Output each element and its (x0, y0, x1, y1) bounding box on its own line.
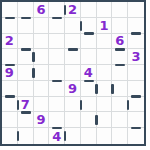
cell-r7c8[interactable] (112, 97, 128, 113)
cell-r1c8[interactable] (112, 2, 128, 18)
cell-r5c8[interactable] (112, 65, 128, 81)
cell-r4c7[interactable] (97, 49, 113, 65)
cell-r7c3[interactable] (34, 97, 50, 113)
cell-r2c2[interactable] (18, 18, 34, 34)
cell-r6c5[interactable]: 9 (65, 81, 81, 97)
cell-r7c2[interactable]: 7 (18, 97, 34, 113)
cell-r2c7[interactable]: 1 (97, 18, 113, 34)
cell-r4c1[interactable] (2, 49, 18, 65)
cell-r6c3[interactable] (34, 81, 50, 97)
cell-r4c9[interactable]: 3 (128, 49, 144, 65)
cell-r1c2[interactable] (18, 2, 34, 18)
cell-r1c3[interactable]: 6 (34, 2, 50, 18)
given-digit: 9 (36, 113, 45, 126)
given-digit: 7 (21, 97, 30, 110)
cell-r7c7[interactable] (97, 97, 113, 113)
cell-r1c5[interactable]: 2 (65, 2, 81, 18)
cell-r7c6[interactable] (81, 97, 97, 113)
cell-r5c4[interactable] (49, 65, 65, 81)
cell-r5c2[interactable] (18, 65, 34, 81)
cell-r5c1[interactable]: 9 (2, 65, 18, 81)
cell-r4c4[interactable] (49, 49, 65, 65)
cell-r9c2[interactable] (18, 128, 34, 144)
cell-r3c5[interactable] (65, 34, 81, 50)
given-digit: 9 (5, 65, 14, 78)
cell-r6c8[interactable] (112, 81, 128, 97)
given-digit: 1 (100, 18, 109, 31)
cell-r3c8[interactable]: 6 (112, 34, 128, 50)
given-digit: 9 (68, 81, 77, 94)
puzzle-stage: 621263949794 (0, 0, 150, 150)
cell-r6c7[interactable] (97, 81, 113, 97)
cell-r9c5[interactable] (65, 128, 81, 144)
cell-r3c9[interactable] (128, 34, 144, 50)
cell-r3c3[interactable] (34, 34, 50, 50)
cell-r4c2[interactable] (18, 49, 34, 65)
cell-r2c3[interactable] (34, 18, 50, 34)
given-digit: 2 (68, 2, 77, 15)
cell-r2c9[interactable] (128, 18, 144, 34)
cell-r8c7[interactable] (97, 112, 113, 128)
cell-r9c7[interactable] (97, 128, 113, 144)
cell-r6c2[interactable] (18, 81, 34, 97)
cell-r3c1[interactable]: 2 (2, 34, 18, 50)
cell-r8c5[interactable] (65, 112, 81, 128)
cell-r2c8[interactable] (112, 18, 128, 34)
cell-r6c1[interactable] (2, 81, 18, 97)
cell-r2c6[interactable] (81, 18, 97, 34)
cell-r5c6[interactable]: 4 (81, 65, 97, 81)
cell-r3c4[interactable] (49, 34, 65, 50)
cell-r6c9[interactable] (128, 81, 144, 97)
cell-r8c6[interactable] (81, 112, 97, 128)
cell-r6c6[interactable] (81, 81, 97, 97)
cell-r5c7[interactable] (97, 65, 113, 81)
given-digit: 4 (84, 65, 93, 78)
cell-r7c9[interactable] (128, 97, 144, 113)
cell-r4c6[interactable] (81, 49, 97, 65)
cell-r5c3[interactable] (34, 65, 50, 81)
cell-r1c4[interactable] (49, 2, 65, 18)
cell-r4c5[interactable] (65, 49, 81, 65)
cell-r8c1[interactable] (2, 112, 18, 128)
cell-r4c8[interactable] (112, 49, 128, 65)
cell-r3c6[interactable] (81, 34, 97, 50)
cell-r1c9[interactable] (128, 2, 144, 18)
cell-r8c4[interactable] (49, 112, 65, 128)
cell-r5c5[interactable] (65, 65, 81, 81)
cell-r3c7[interactable] (97, 34, 113, 50)
cell-r4c3[interactable] (34, 49, 50, 65)
cell-r9c8[interactable] (112, 128, 128, 144)
cell-r2c4[interactable] (49, 18, 65, 34)
given-digit: 6 (36, 2, 45, 15)
cell-r7c1[interactable] (2, 97, 18, 113)
cell-r8c9[interactable] (128, 112, 144, 128)
cell-r2c1[interactable] (2, 18, 18, 34)
cell-r7c4[interactable] (49, 97, 65, 113)
cell-r8c2[interactable] (18, 112, 34, 128)
given-digit: 6 (115, 34, 124, 47)
cell-r1c6[interactable] (81, 2, 97, 18)
cell-r1c1[interactable] (2, 2, 18, 18)
given-digit: 4 (52, 129, 61, 142)
cell-r1c7[interactable] (97, 2, 113, 18)
cell-r9c1[interactable] (2, 128, 18, 144)
cell-r7c5[interactable] (65, 97, 81, 113)
given-digit: 3 (132, 50, 141, 63)
cell-r2c5[interactable] (65, 18, 81, 34)
cell-r9c6[interactable] (81, 128, 97, 144)
given-digit: 2 (5, 34, 14, 47)
cell-r3c2[interactable] (18, 34, 34, 50)
cell-grid: 621263949794 (2, 2, 144, 144)
cell-r5c9[interactable] (128, 65, 144, 81)
board: 621263949794 (0, 0, 146, 146)
cell-r8c3[interactable]: 9 (34, 112, 50, 128)
cell-r9c4[interactable]: 4 (49, 128, 65, 144)
cell-r8c8[interactable] (112, 112, 128, 128)
cell-r9c3[interactable] (34, 128, 50, 144)
cell-r6c4[interactable] (49, 81, 65, 97)
cell-r9c9[interactable] (128, 128, 144, 144)
